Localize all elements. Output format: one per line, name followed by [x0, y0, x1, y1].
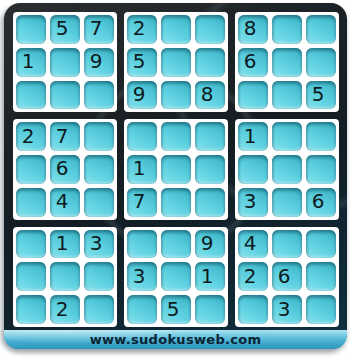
block-0-1: 2598 — [124, 12, 228, 112]
sudoku-cell-r6c1[interactable] — [16, 188, 46, 217]
sudoku-cell-r9c2[interactable]: 2 — [50, 295, 80, 324]
block-2-1: 9315 — [124, 227, 228, 327]
sudoku-cell-r5c3[interactable] — [84, 155, 114, 184]
cell-digit: 6 — [56, 158, 69, 178]
cell-digit: 9 — [133, 84, 146, 104]
sudoku-cell-r7c3[interactable]: 3 — [84, 230, 114, 259]
sudoku-cell-r5c5[interactable] — [161, 155, 191, 184]
sudoku-cell-r2c7[interactable]: 6 — [238, 48, 268, 77]
cell-digit: 3 — [278, 299, 291, 319]
sudoku-cell-r2c6[interactable] — [195, 48, 225, 77]
cell-digit: 2 — [133, 18, 146, 38]
cell-digit: 9 — [90, 51, 103, 71]
sudoku-cell-r9c8[interactable]: 3 — [272, 295, 302, 324]
sudoku-cell-r3c8[interactable] — [272, 81, 302, 110]
sudoku-cell-r4c7[interactable]: 1 — [238, 122, 268, 151]
cell-digit: 5 — [312, 84, 325, 104]
sudoku-cell-r6c5[interactable] — [161, 188, 191, 217]
sudoku-cell-r3c4[interactable]: 9 — [127, 81, 157, 110]
cell-digit: 2 — [56, 299, 69, 319]
cell-digit: 4 — [56, 191, 69, 211]
sudoku-cell-r8c5[interactable] — [161, 262, 191, 291]
sudoku-cell-r5c9[interactable] — [306, 155, 336, 184]
sudoku-cell-r9c7[interactable] — [238, 295, 268, 324]
sudoku-cell-r6c9[interactable]: 6 — [306, 188, 336, 217]
sudoku-cell-r8c2[interactable] — [50, 262, 80, 291]
sudoku-cell-r3c3[interactable] — [84, 81, 114, 110]
sudoku-cell-r6c6[interactable] — [195, 188, 225, 217]
sudoku-cell-r9c1[interactable] — [16, 295, 46, 324]
cell-digit: 7 — [133, 191, 146, 211]
cell-digit: 1 — [56, 233, 69, 253]
cell-digit: 1 — [22, 51, 35, 71]
sudoku-cell-r7c6[interactable]: 9 — [195, 230, 225, 259]
sudoku-cell-r2c3[interactable]: 9 — [84, 48, 114, 77]
cell-digit: 6 — [278, 266, 291, 286]
sudoku-cell-r2c2[interactable] — [50, 48, 80, 77]
sudoku-cell-r1c6[interactable] — [195, 15, 225, 44]
sudoku-cell-r7c7[interactable]: 4 — [238, 230, 268, 259]
cell-digit: 6 — [244, 51, 257, 71]
sudoku-cell-r7c8[interactable] — [272, 230, 302, 259]
block-0-2: 865 — [235, 12, 339, 112]
sudoku-cell-r4c6[interactable] — [195, 122, 225, 151]
sudoku-cell-r6c3[interactable] — [84, 188, 114, 217]
sudoku-cell-r4c8[interactable] — [272, 122, 302, 151]
sudoku-cell-r1c9[interactable] — [306, 15, 336, 44]
sudoku-cell-r6c8[interactable] — [272, 188, 302, 217]
block-1-0: 2764 — [13, 119, 117, 219]
sudoku-cell-r4c1[interactable]: 2 — [16, 122, 46, 151]
sudoku-cell-r9c3[interactable] — [84, 295, 114, 324]
block-2-0: 132 — [13, 227, 117, 327]
sudoku-cell-r9c5[interactable]: 5 — [161, 295, 191, 324]
cell-digit: 1 — [244, 126, 257, 146]
cell-digit: 4 — [244, 233, 257, 253]
sudoku-cell-r7c5[interactable] — [161, 230, 191, 259]
sudoku-cell-r2c8[interactable] — [272, 48, 302, 77]
sudoku-cell-r3c1[interactable] — [16, 81, 46, 110]
cell-digit: 1 — [201, 266, 214, 286]
footer-banner: www.sudokusweb.com — [4, 330, 347, 349]
sudoku-cell-r1c7[interactable]: 8 — [238, 15, 268, 44]
sudoku-cell-r1c1[interactable] — [16, 15, 46, 44]
sudoku-cell-r3c6[interactable]: 8 — [195, 81, 225, 110]
sudoku-cell-r2c1[interactable]: 1 — [16, 48, 46, 77]
block-0-0: 5719 — [13, 12, 117, 112]
sudoku-cell-r8c3[interactable] — [84, 262, 114, 291]
cell-digit: 2 — [244, 266, 257, 286]
sudoku-cell-r5c7[interactable] — [238, 155, 268, 184]
sudoku-cell-r8c1[interactable] — [16, 262, 46, 291]
sudoku-cell-r1c5[interactable] — [161, 15, 191, 44]
cell-digit: 2 — [22, 126, 35, 146]
sudoku-cell-r5c2[interactable]: 6 — [50, 155, 80, 184]
sudoku-cell-r3c5[interactable] — [161, 81, 191, 110]
sudoku-cell-r2c4[interactable]: 5 — [127, 48, 157, 77]
block-2-2: 4263 — [235, 227, 339, 327]
sudoku-cell-r4c3[interactable] — [84, 122, 114, 151]
block-1-2: 136 — [235, 119, 339, 219]
cell-digit: 7 — [90, 18, 103, 38]
cell-digit: 5 — [133, 51, 146, 71]
sudoku-cell-r5c4[interactable]: 1 — [127, 155, 157, 184]
sudoku-cell-r4c5[interactable] — [161, 122, 191, 151]
sudoku-cell-r9c4[interactable] — [127, 295, 157, 324]
sudoku-cell-r6c7[interactable]: 3 — [238, 188, 268, 217]
cell-digit: 8 — [201, 84, 214, 104]
sudoku-cell-r5c6[interactable] — [195, 155, 225, 184]
sudoku-cell-r8c6[interactable]: 1 — [195, 262, 225, 291]
cell-digit: 7 — [56, 126, 69, 146]
sudoku-cell-r8c8[interactable]: 6 — [272, 262, 302, 291]
sudoku-board: 5719259886527641713613293154263 — [13, 12, 339, 327]
sudoku-cell-r7c1[interactable] — [16, 230, 46, 259]
cell-digit: 8 — [244, 18, 257, 38]
sudoku-cell-r4c2[interactable]: 7 — [50, 122, 80, 151]
site-url[interactable]: www.sudokusweb.com — [90, 332, 262, 347]
sudoku-cell-r9c9[interactable] — [306, 295, 336, 324]
sudoku-cell-r2c9[interactable] — [306, 48, 336, 77]
sudoku-cell-r3c2[interactable] — [50, 81, 80, 110]
cell-digit: 9 — [201, 233, 214, 253]
cell-digit: 1 — [133, 158, 146, 178]
sudoku-board-frame: 5719259886527641713613293154263 www.sudo… — [4, 3, 347, 349]
sudoku-cell-r1c2[interactable]: 5 — [50, 15, 80, 44]
sudoku-cell-r1c8[interactable] — [272, 15, 302, 44]
sudoku-cell-r7c4[interactable] — [127, 230, 157, 259]
cell-digit: 5 — [167, 299, 180, 319]
sudoku-cell-r7c9[interactable] — [306, 230, 336, 259]
sudoku-cell-r6c4[interactable]: 7 — [127, 188, 157, 217]
cell-digit: 3 — [133, 266, 146, 286]
cell-digit: 5 — [56, 18, 69, 38]
sudoku-cell-r5c8[interactable] — [272, 155, 302, 184]
sudoku-cell-r3c9[interactable]: 5 — [306, 81, 336, 110]
sudoku-cell-r6c2[interactable]: 4 — [50, 188, 80, 217]
cell-digit: 6 — [312, 191, 325, 211]
sudoku-cell-r1c4[interactable]: 2 — [127, 15, 157, 44]
sudoku-cell-r8c9[interactable] — [306, 262, 336, 291]
sudoku-cell-r8c7[interactable]: 2 — [238, 262, 268, 291]
sudoku-cell-r8c4[interactable]: 3 — [127, 262, 157, 291]
sudoku-cell-r7c2[interactable]: 1 — [50, 230, 80, 259]
sudoku-cell-r2c5[interactable] — [161, 48, 191, 77]
sudoku-cell-r1c3[interactable]: 7 — [84, 15, 114, 44]
sudoku-cell-r9c6[interactable] — [195, 295, 225, 324]
sudoku-cell-r4c9[interactable] — [306, 122, 336, 151]
block-1-1: 17 — [124, 119, 228, 219]
cell-digit: 3 — [90, 233, 103, 253]
cell-digit: 3 — [244, 191, 257, 211]
sudoku-cell-r4c4[interactable] — [127, 122, 157, 151]
sudoku-cell-r3c7[interactable] — [238, 81, 268, 110]
sudoku-cell-r5c1[interactable] — [16, 155, 46, 184]
